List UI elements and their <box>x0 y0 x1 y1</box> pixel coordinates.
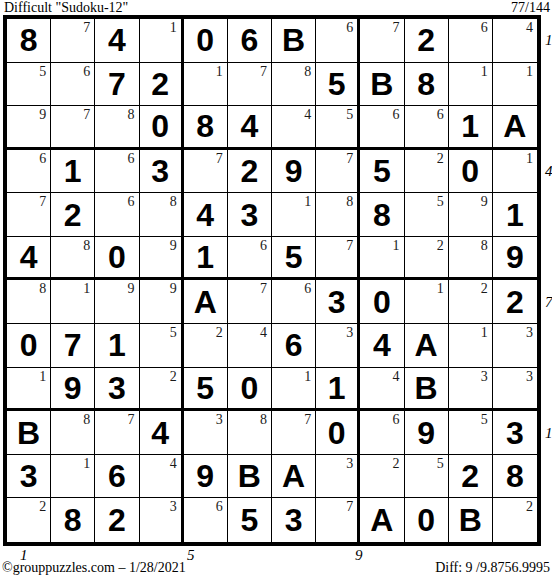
cell-r5c1: 7 <box>7 193 51 237</box>
cell-r8c11: 1 <box>449 324 493 368</box>
cell-r10c9: 6 <box>360 411 404 455</box>
given-digit: 8 <box>196 110 214 142</box>
pencil-mark: 7 <box>346 151 353 166</box>
pencil-mark: 3 <box>170 499 177 514</box>
given-digit: 2 <box>506 286 524 318</box>
cell-r11c6: B <box>228 455 272 499</box>
cell-r5c12: 1 <box>493 193 537 237</box>
cell-r4c2: 1 <box>51 150 95 194</box>
cell-r7c5: A <box>184 280 228 324</box>
pencil-mark: 3 <box>346 325 353 340</box>
cell-r5c3: 6 <box>95 193 139 237</box>
cell-r8c7: 6 <box>272 324 316 368</box>
cell-r10c2: 8 <box>51 411 95 455</box>
cell-r11c1: 3 <box>7 455 51 499</box>
cell-r2c4: 2 <box>140 63 184 107</box>
pencil-mark: 6 <box>39 151 46 166</box>
cell-r1c9: 7 <box>360 19 404 63</box>
cell-r9c12: 3 <box>493 368 537 412</box>
given-digit: 7 <box>108 68 126 100</box>
pencil-mark: 2 <box>39 499 46 514</box>
pencil-mark: 2 <box>216 325 223 340</box>
cell-r2c8: 5 <box>316 63 360 107</box>
pencil-mark: 7 <box>304 412 311 427</box>
cell-r8c6: 4 <box>228 324 272 368</box>
pencil-mark: 9 <box>170 238 177 253</box>
given-digit: 4 <box>108 24 126 56</box>
cell-r4c7: 9 <box>272 150 316 194</box>
pencil-mark: 4 <box>393 369 400 384</box>
given-digit: 0 <box>328 417 346 449</box>
given-digit: 0 <box>461 155 479 187</box>
pencil-mark: 1 <box>526 64 533 79</box>
given-digit: 5 <box>241 504 259 536</box>
cell-r8c12: 3 <box>493 324 537 368</box>
cell-r7c4: 9 <box>140 280 184 324</box>
pencil-mark: 6 <box>83 64 90 79</box>
given-digit: 6 <box>108 460 126 492</box>
pencil-mark: 1 <box>304 194 311 209</box>
row-label-4: 4 <box>545 163 552 180</box>
cell-r5c7: 1 <box>272 193 316 237</box>
given-digit: 6 <box>241 24 259 56</box>
given-digit: 4 <box>20 241 38 273</box>
cell-r6c4: 9 <box>140 237 184 281</box>
cell-r6c8: 7 <box>316 237 360 281</box>
given-digit: B <box>370 68 393 100</box>
cell-r10c1: B <box>7 411 51 455</box>
cell-r7c12: 2 <box>493 280 537 324</box>
given-digit: 5 <box>328 68 346 100</box>
pencil-mark: 8 <box>83 412 90 427</box>
given-digit: 1 <box>64 155 82 187</box>
given-digit: 3 <box>285 504 303 536</box>
pencil-mark: 8 <box>304 64 311 79</box>
cell-r9c8: 1 <box>316 368 360 412</box>
cell-r10c12: 3 <box>493 411 537 455</box>
given-digit: 2 <box>461 460 479 492</box>
given-digit: 2 <box>64 199 82 231</box>
cell-r2c12: 1 <box>493 63 537 107</box>
cell-r1c12: 4 <box>493 19 537 63</box>
given-digit: 1 <box>108 329 126 361</box>
given-digit: 1 <box>328 372 346 404</box>
pencil-mark: 1 <box>39 369 46 384</box>
cell-r6c10: 2 <box>405 237 449 281</box>
cell-r11c2: 1 <box>51 455 95 499</box>
cell-r12c12: 2 <box>493 498 537 542</box>
pencil-mark: 3 <box>346 456 353 471</box>
cell-r1c11: 6 <box>449 19 493 63</box>
cell-r7c1: 8 <box>7 280 51 324</box>
cell-r9c1: 1 <box>7 368 51 412</box>
cell-r4c10: 2 <box>405 150 449 194</box>
cell-r1c4: 1 <box>140 19 184 63</box>
given-digit: A <box>370 504 393 536</box>
cell-r9c2: 9 <box>51 368 95 412</box>
given-digit: 9 <box>285 155 303 187</box>
given-digit: 4 <box>151 417 169 449</box>
cell-r1c1: 8 <box>7 19 51 63</box>
col-label-9: 9 <box>355 547 363 564</box>
pencil-mark: 3 <box>526 325 533 340</box>
cell-r12c9: A <box>360 498 404 542</box>
pencil-mark: 5 <box>481 412 488 427</box>
pencil-mark: 9 <box>481 194 488 209</box>
given-digit: 0 <box>241 372 259 404</box>
cell-r11c4: 4 <box>140 455 184 499</box>
given-digit: 5 <box>373 155 391 187</box>
given-digit: 9 <box>64 372 82 404</box>
cell-r6c7: 5 <box>272 237 316 281</box>
cell-r7c11: 2 <box>449 280 493 324</box>
puzzle-title: Difficult "Sudoku-12" <box>4 0 128 16</box>
copyright-text: ©grouppuzzles.com – 1/28/2021 <box>2 560 186 576</box>
cell-r7c10: 1 <box>405 280 449 324</box>
pencil-mark: 1 <box>216 64 223 79</box>
cell-r12c7: 3 <box>272 498 316 542</box>
cell-r2c11: 1 <box>449 63 493 107</box>
pencil-mark: 7 <box>216 151 223 166</box>
given-digit: 5 <box>285 241 303 273</box>
cell-r9c4: 2 <box>140 368 184 412</box>
cell-r10c3: 7 <box>95 411 139 455</box>
given-digit: 0 <box>108 241 126 273</box>
cell-r9c11: 3 <box>449 368 493 412</box>
pencil-mark: 2 <box>526 499 533 514</box>
pencil-mark: 3 <box>526 369 533 384</box>
cell-r4c4: 3 <box>140 150 184 194</box>
pencil-mark: 9 <box>128 281 135 296</box>
cell-r4c11: 0 <box>449 150 493 194</box>
cell-r3c10: 6 <box>405 106 449 150</box>
cell-r10c8: 0 <box>316 411 360 455</box>
cell-r3c11: 1 <box>449 106 493 150</box>
cell-r7c6: 7 <box>228 280 272 324</box>
pencil-mark: 3 <box>216 412 223 427</box>
given-digit: 4 <box>373 329 391 361</box>
given-digit: 3 <box>506 417 524 449</box>
cell-r11c12: 8 <box>493 455 537 499</box>
given-digit: A <box>503 110 526 142</box>
given-digit: 3 <box>241 199 259 231</box>
cell-r11c10: 5 <box>405 455 449 499</box>
cell-r8c9: 4 <box>360 324 404 368</box>
pencil-mark: 8 <box>39 281 46 296</box>
given-digit: B <box>459 504 482 536</box>
row-label-10: 10 <box>545 425 552 442</box>
cell-r10c5: 3 <box>184 411 228 455</box>
cell-r6c12: 9 <box>493 237 537 281</box>
cell-r12c6: 5 <box>228 498 272 542</box>
given-digit: 8 <box>373 199 391 231</box>
pencil-mark: 4 <box>526 20 533 35</box>
cell-r2c2: 6 <box>51 63 95 107</box>
cell-r6c2: 8 <box>51 237 95 281</box>
pencil-mark: 3 <box>481 369 488 384</box>
given-digit: 6 <box>285 329 303 361</box>
pencil-mark: 8 <box>128 107 135 122</box>
given-digit: 0 <box>151 110 169 142</box>
puzzle-page: Difficult "Sudoku-12" 77/144 874106B6726… <box>0 0 552 578</box>
pencil-mark: 6 <box>304 281 311 296</box>
given-digit: 1 <box>461 110 479 142</box>
cell-r12c1: 2 <box>7 498 51 542</box>
cell-r7c2: 1 <box>51 280 95 324</box>
cell-r1c3: 4 <box>95 19 139 63</box>
cell-r7c3: 9 <box>95 280 139 324</box>
cell-r2c9: B <box>360 63 404 107</box>
pencil-mark: 6 <box>393 412 400 427</box>
cell-r3c12: A <box>493 106 537 150</box>
cell-r11c8: 3 <box>316 455 360 499</box>
pencil-mark: 1 <box>481 325 488 340</box>
cell-r4c12: 1 <box>493 150 537 194</box>
cell-r1c10: 2 <box>405 19 449 63</box>
row-label-1: 1 <box>545 32 552 49</box>
pencil-mark: 7 <box>128 412 135 427</box>
cell-r2c5: 1 <box>184 63 228 107</box>
cell-r10c6: 8 <box>228 411 272 455</box>
cell-r6c5: 1 <box>184 237 228 281</box>
cell-r2c1: 5 <box>7 63 51 107</box>
sudoku-board: 874106B6726456721785B81197808445661A6163… <box>3 15 541 546</box>
pencil-mark: 2 <box>437 238 444 253</box>
page-number: 77/144 <box>511 0 550 16</box>
cell-r6c11: 8 <box>449 237 493 281</box>
pencil-mark: 5 <box>437 456 444 471</box>
cell-r1c5: 0 <box>184 19 228 63</box>
col-label-5: 5 <box>187 547 195 564</box>
given-digit: 1 <box>506 199 524 231</box>
given-digit: 8 <box>417 68 435 100</box>
pencil-mark: 6 <box>481 20 488 35</box>
pencil-mark: 1 <box>437 281 444 296</box>
given-digit: A <box>282 460 305 492</box>
pencil-mark: 9 <box>39 107 46 122</box>
pencil-mark: 9 <box>170 281 177 296</box>
pencil-mark: 1 <box>526 151 533 166</box>
given-digit: 3 <box>20 460 38 492</box>
pencil-mark: 6 <box>128 194 135 209</box>
pencil-mark: 7 <box>83 20 90 35</box>
cell-r7c9: 0 <box>360 280 404 324</box>
pencil-mark: 1 <box>83 281 90 296</box>
cell-r8c1: 0 <box>7 324 51 368</box>
cell-r3c8: 5 <box>316 106 360 150</box>
given-digit: B <box>238 460 261 492</box>
cell-r5c2: 2 <box>51 193 95 237</box>
pencil-mark: 1 <box>83 456 90 471</box>
pencil-mark: 1 <box>304 369 311 384</box>
given-digit: 9 <box>417 417 435 449</box>
pencil-mark: 7 <box>83 107 90 122</box>
pencil-mark: 7 <box>393 20 400 35</box>
given-digit: 7 <box>64 329 82 361</box>
given-digit: 8 <box>506 460 524 492</box>
cell-r3c7: 4 <box>272 106 316 150</box>
pencil-mark: 8 <box>170 194 177 209</box>
cell-r10c4: 4 <box>140 411 184 455</box>
cell-r3c6: 4 <box>228 106 272 150</box>
given-digit: 2 <box>151 68 169 100</box>
pencil-mark: 2 <box>393 456 400 471</box>
pencil-mark: 8 <box>346 194 353 209</box>
cell-r12c8: 7 <box>316 498 360 542</box>
cell-r5c6: 3 <box>228 193 272 237</box>
cell-r11c7: A <box>272 455 316 499</box>
pencil-mark: 6 <box>437 107 444 122</box>
pencil-mark: 6 <box>260 238 267 253</box>
cell-r3c4: 0 <box>140 106 184 150</box>
cell-r3c9: 6 <box>360 106 404 150</box>
cell-r9c9: 4 <box>360 368 404 412</box>
pencil-mark: 7 <box>260 64 267 79</box>
cell-r11c11: 2 <box>449 455 493 499</box>
cell-r4c9: 5 <box>360 150 404 194</box>
pencil-mark: 8 <box>83 238 90 253</box>
pencil-mark: 5 <box>346 107 353 122</box>
given-digit: B <box>17 417 40 449</box>
cell-r11c9: 2 <box>360 455 404 499</box>
difficulty-text: Diff: 9 /9.8756.9995 <box>435 560 550 576</box>
pencil-mark: 6 <box>128 151 135 166</box>
cell-r10c7: 7 <box>272 411 316 455</box>
given-digit: 0 <box>20 329 38 361</box>
pencil-mark: 7 <box>260 281 267 296</box>
pencil-mark: 4 <box>304 107 311 122</box>
cell-r5c11: 9 <box>449 193 493 237</box>
cell-r5c4: 8 <box>140 193 184 237</box>
cell-r3c1: 9 <box>7 106 51 150</box>
cell-r1c2: 7 <box>51 19 95 63</box>
cell-r5c5: 4 <box>184 193 228 237</box>
cell-r8c8: 3 <box>316 324 360 368</box>
pencil-mark: 5 <box>39 64 46 79</box>
given-digit: 0 <box>196 24 214 56</box>
pencil-mark: 7 <box>346 238 353 253</box>
pencil-mark: 5 <box>437 194 444 209</box>
cell-r6c6: 6 <box>228 237 272 281</box>
cell-r3c2: 7 <box>51 106 95 150</box>
cell-r9c3: 3 <box>95 368 139 412</box>
cell-r9c6: 0 <box>228 368 272 412</box>
pencil-mark: 7 <box>346 499 353 514</box>
cell-r1c7: B <box>272 19 316 63</box>
given-digit: 3 <box>108 372 126 404</box>
given-digit: 1 <box>196 241 214 273</box>
given-digit: 4 <box>241 110 259 142</box>
pencil-mark: 8 <box>260 412 267 427</box>
given-digit: B <box>415 372 438 404</box>
row-label-7: 7 <box>545 294 552 311</box>
cell-r6c3: 0 <box>95 237 139 281</box>
cell-r11c5: 9 <box>184 455 228 499</box>
given-digit: A <box>194 286 217 318</box>
pencil-mark: 8 <box>481 238 488 253</box>
cell-r12c10: 0 <box>405 498 449 542</box>
pencil-mark: 6 <box>393 107 400 122</box>
cell-r12c5: 6 <box>184 498 228 542</box>
pencil-mark: 2 <box>481 281 488 296</box>
cell-r3c5: 8 <box>184 106 228 150</box>
cell-r1c8: 6 <box>316 19 360 63</box>
given-digit: 4 <box>196 199 214 231</box>
given-digit: 8 <box>20 24 38 56</box>
pencil-mark: 6 <box>216 499 223 514</box>
cell-r6c1: 4 <box>7 237 51 281</box>
given-digit: 3 <box>328 286 346 318</box>
cell-r1c6: 6 <box>228 19 272 63</box>
cell-r9c7: 1 <box>272 368 316 412</box>
pencil-mark: 1 <box>393 238 400 253</box>
cell-r4c5: 7 <box>184 150 228 194</box>
pencil-mark: 2 <box>170 369 177 384</box>
cell-r5c8: 8 <box>316 193 360 237</box>
given-digit: 2 <box>417 24 435 56</box>
cell-r9c5: 5 <box>184 368 228 412</box>
cell-r4c8: 7 <box>316 150 360 194</box>
cell-r8c5: 2 <box>184 324 228 368</box>
given-digit: 9 <box>506 241 524 273</box>
given-digit: 8 <box>64 504 82 536</box>
cell-r12c2: 8 <box>51 498 95 542</box>
cell-r9c10: B <box>405 368 449 412</box>
given-digit: 5 <box>196 372 214 404</box>
cell-r6c9: 1 <box>360 237 404 281</box>
pencil-mark: 6 <box>346 20 353 35</box>
given-digit: 3 <box>151 155 169 187</box>
cell-r4c3: 6 <box>95 150 139 194</box>
cell-r8c3: 1 <box>95 324 139 368</box>
cell-r11c3: 6 <box>95 455 139 499</box>
given-digit: 2 <box>241 155 259 187</box>
cell-r10c11: 5 <box>449 411 493 455</box>
given-digit: 0 <box>417 504 435 536</box>
cell-r2c6: 7 <box>228 63 272 107</box>
cell-r7c8: 3 <box>316 280 360 324</box>
cell-r12c11: B <box>449 498 493 542</box>
cell-r2c3: 7 <box>95 63 139 107</box>
given-digit: 9 <box>196 460 214 492</box>
cell-r4c6: 2 <box>228 150 272 194</box>
given-digit: B <box>282 24 305 56</box>
cell-r3c3: 8 <box>95 106 139 150</box>
given-digit: A <box>415 329 438 361</box>
cell-r8c2: 7 <box>51 324 95 368</box>
cell-r4c1: 6 <box>7 150 51 194</box>
cell-r8c10: A <box>405 324 449 368</box>
pencil-mark: 1 <box>481 64 488 79</box>
cell-r10c10: 9 <box>405 411 449 455</box>
given-digit: 2 <box>108 504 126 536</box>
given-digit: 0 <box>373 286 391 318</box>
cell-r5c10: 5 <box>405 193 449 237</box>
pencil-mark: 4 <box>260 325 267 340</box>
cell-r12c3: 2 <box>95 498 139 542</box>
pencil-mark: 1 <box>170 20 177 35</box>
cell-r7c7: 6 <box>272 280 316 324</box>
cell-r2c7: 8 <box>272 63 316 107</box>
pencil-mark: 5 <box>170 325 177 340</box>
pencil-mark: 2 <box>437 151 444 166</box>
cell-r12c4: 3 <box>140 498 184 542</box>
pencil-mark: 7 <box>39 194 46 209</box>
pencil-mark: 4 <box>170 456 177 471</box>
cell-r5c9: 8 <box>360 193 404 237</box>
cell-r8c4: 5 <box>140 324 184 368</box>
cell-r2c10: 8 <box>405 63 449 107</box>
